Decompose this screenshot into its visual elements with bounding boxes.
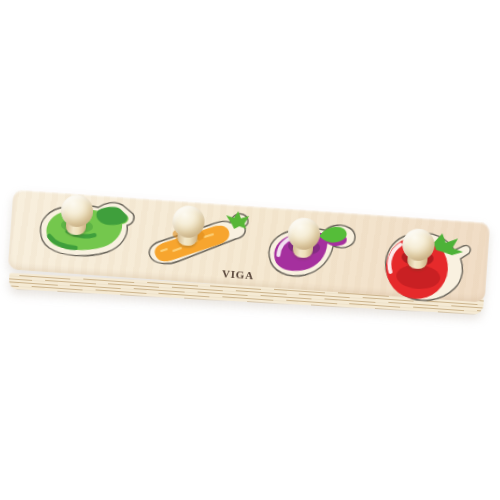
knob-green-pepper[interactable] — [59, 194, 94, 242]
knob-ball — [287, 217, 321, 251]
product-photo: VIGA — [0, 0, 500, 500]
knob-carrot[interactable] — [170, 205, 205, 253]
puzzle-board: VIGA — [8, 189, 490, 302]
knob-ball — [60, 194, 94, 228]
knob-eggplant[interactable] — [286, 217, 321, 265]
knob-tomato[interactable] — [400, 228, 435, 276]
knob-ball — [171, 205, 205, 239]
knob-ball — [401, 228, 435, 262]
